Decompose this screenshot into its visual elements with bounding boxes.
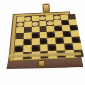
dark-checker-piece: ●	[15, 45, 24, 52]
product-photo: ●●●●●●●●●●●●●●●●●●●●●●●●	[0, 0, 85, 85]
latch-icon	[38, 60, 45, 67]
chess-box: ●●●●●●●●●●●●●●●●●●●●●●●●	[0, 0, 84, 79]
dark-checker-piece: ●	[23, 38, 31, 45]
clasp-icon	[42, 4, 49, 13]
dark-checker-piece: ●	[71, 36, 80, 43]
board-grid: ●●●●●●●●●●●●●●●●●●●●●●●●	[13, 14, 74, 58]
dark-checker-piece: ●	[31, 44, 39, 51]
